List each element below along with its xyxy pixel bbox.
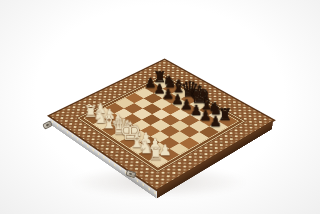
white-rook: ♜: [147, 146, 161, 163]
black-pawn: ♟: [208, 114, 222, 128]
photo-background: ♜♞♝♛♚♝♞♜♟♟♟♟♟♟♟♟♟♟♟♟♟♟♟♟♜♞♝♛♚♝♞♜: [0, 0, 320, 214]
square-f5: [170, 120, 189, 131]
metal-clasp-left: [42, 120, 53, 130]
